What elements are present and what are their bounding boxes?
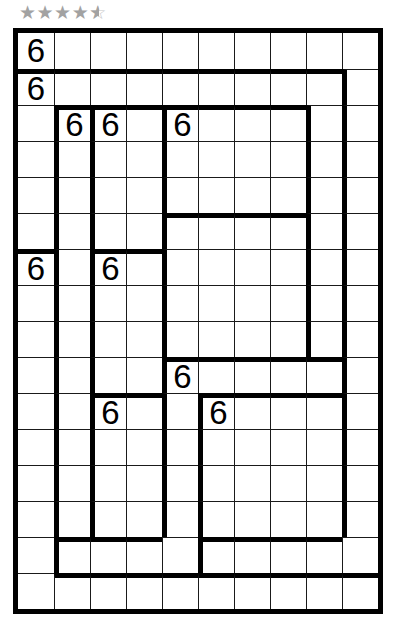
cell-r6c6-region-H[interactable] <box>198 213 234 249</box>
cell-r14c9-region-K[interactable] <box>306 501 342 537</box>
cell-r8c4-region-G[interactable] <box>126 285 162 321</box>
cell-r3c4-region-D[interactable] <box>126 105 162 141</box>
cell-r14c8-region-K[interactable] <box>270 501 306 537</box>
puzzle-board: 6666666666 <box>13 28 383 614</box>
clue-number: 6 <box>209 396 227 429</box>
cell-r6c5-region-H[interactable] <box>162 213 198 249</box>
cell-r15c8-region-A[interactable] <box>270 537 306 573</box>
cell-r3c5-region-E[interactable]: 6 <box>162 105 198 141</box>
cell-r2c5-region-B[interactable] <box>162 69 198 105</box>
cell-r1c8-region-A[interactable] <box>270 33 306 69</box>
cell-r7c8-region-H[interactable] <box>270 249 306 285</box>
cell-r7c10-region-A[interactable] <box>342 249 378 285</box>
cell-r15c7-region-A[interactable] <box>234 537 270 573</box>
cell-r15c1-region-F[interactable] <box>18 537 54 573</box>
cell-r13c4-region-J[interactable] <box>126 465 162 501</box>
cell-r11c10-region-A[interactable] <box>342 393 378 429</box>
cell-r11c3-region-J[interactable]: 6 <box>90 393 126 429</box>
cell-r1c5-region-A[interactable] <box>162 33 198 69</box>
cell-r12c4-region-J[interactable] <box>126 429 162 465</box>
cell-r11c5-region-I[interactable] <box>162 393 198 429</box>
cell-r4c10-region-A[interactable] <box>342 141 378 177</box>
cell-r9c9-region-B[interactable] <box>306 321 342 357</box>
clue-number: 6 <box>173 108 191 141</box>
cell-r9c5-region-H[interactable] <box>162 321 198 357</box>
cell-r4c7-region-E[interactable] <box>234 141 270 177</box>
cell-r13c9-region-K[interactable] <box>306 465 342 501</box>
cell-r1c9-region-A[interactable] <box>306 33 342 69</box>
cell-r16c3-region-F[interactable] <box>90 573 126 609</box>
cell-r5c4-region-D[interactable] <box>126 177 162 213</box>
cell-r15c6-region-A[interactable] <box>198 537 234 573</box>
cell-r6c8-region-H[interactable] <box>270 213 306 249</box>
cell-r4c3-region-D[interactable] <box>90 141 126 177</box>
cell-r5c6-region-E[interactable] <box>198 177 234 213</box>
clue-number: 6 <box>101 108 119 141</box>
cell-r11c6-region-K[interactable]: 6 <box>198 393 234 429</box>
cell-r8c10-region-A[interactable] <box>342 285 378 321</box>
cell-r5c1-region-B[interactable] <box>18 177 54 213</box>
cell-r7c5-region-H[interactable] <box>162 249 198 285</box>
cell-r15c5-region-I[interactable] <box>162 537 198 573</box>
puzzle-page: ★★★★☆★ 6666666666 <box>0 0 395 628</box>
cell-r16c5-region-F[interactable] <box>162 573 198 609</box>
cell-r3c10-region-A[interactable] <box>342 105 378 141</box>
cell-r16c4-region-F[interactable] <box>126 573 162 609</box>
cell-r8c2-region-C[interactable] <box>54 285 90 321</box>
cell-r9c10-region-A[interactable] <box>342 321 378 357</box>
cell-r12c10-region-A[interactable] <box>342 429 378 465</box>
clue-number: 6 <box>101 396 119 429</box>
cell-r13c8-region-K[interactable] <box>270 465 306 501</box>
cell-r2c10-region-A[interactable] <box>342 69 378 105</box>
cell-r8c6-region-H[interactable] <box>198 285 234 321</box>
cell-r8c8-region-H[interactable] <box>270 285 306 321</box>
cell-r14c10-region-A[interactable] <box>342 501 378 537</box>
cell-r8c7-region-H[interactable] <box>234 285 270 321</box>
cell-r14c6-region-K[interactable] <box>198 501 234 537</box>
cell-r5c8-region-E[interactable] <box>270 177 306 213</box>
cell-r10c6-region-I[interactable] <box>198 357 234 393</box>
cell-r5c5-region-E[interactable] <box>162 177 198 213</box>
cell-r12c6-region-K[interactable] <box>198 429 234 465</box>
cell-r15c4-region-I[interactable] <box>126 537 162 573</box>
cell-r16c6-region-F[interactable] <box>198 573 234 609</box>
cell-r10c5-region-I[interactable]: 6 <box>162 357 198 393</box>
cell-r16c7-region-F[interactable] <box>234 573 270 609</box>
cell-r14c2-region-C[interactable] <box>54 501 90 537</box>
cell-r16c1-region-F[interactable] <box>18 573 54 609</box>
cell-r10c8-region-I[interactable] <box>270 357 306 393</box>
cell-r9c1-region-F[interactable] <box>18 321 54 357</box>
cell-r11c2-region-C[interactable] <box>54 393 90 429</box>
cell-r10c3-region-G[interactable] <box>90 357 126 393</box>
cell-r16c9-region-F[interactable] <box>306 573 342 609</box>
cell-r15c3-region-I[interactable] <box>90 537 126 573</box>
cell-r4c1-region-B[interactable] <box>18 141 54 177</box>
cell-r8c9-region-B[interactable] <box>306 285 342 321</box>
cell-r6c7-region-H[interactable] <box>234 213 270 249</box>
cell-r1c4-region-A[interactable] <box>126 33 162 69</box>
cell-r1c10-region-A[interactable] <box>342 33 378 69</box>
cell-r7c2-region-C[interactable] <box>54 249 90 285</box>
cell-r6c10-region-A[interactable] <box>342 213 378 249</box>
cell-r14c7-region-K[interactable] <box>234 501 270 537</box>
cell-r6c3-region-D[interactable] <box>90 213 126 249</box>
clue-number: 6 <box>27 72 45 105</box>
cell-r16c10-region-F[interactable] <box>342 573 378 609</box>
cell-r11c4-region-J[interactable] <box>126 393 162 429</box>
cell-r9c6-region-H[interactable] <box>198 321 234 357</box>
cell-r1c1-region-A[interactable]: 6 <box>18 33 54 69</box>
cell-r11c8-region-K[interactable] <box>270 393 306 429</box>
cell-r13c2-region-C[interactable] <box>54 465 90 501</box>
cell-r5c9-region-B[interactable] <box>306 177 342 213</box>
cell-r16c8-region-F[interactable] <box>270 573 306 609</box>
cell-r6c2-region-C[interactable] <box>54 213 90 249</box>
cell-r13c6-region-K[interactable] <box>198 465 234 501</box>
cell-r11c1-region-F[interactable] <box>18 393 54 429</box>
cell-r8c1-region-F[interactable] <box>18 285 54 321</box>
cell-r7c1-region-F[interactable]: 6 <box>18 249 54 285</box>
star-filled-icon: ★ <box>19 0 37 25</box>
cell-r1c6-region-A[interactable] <box>198 33 234 69</box>
cell-r4c6-region-E[interactable] <box>198 141 234 177</box>
cell-r3c3-region-D[interactable]: 6 <box>90 105 126 141</box>
cell-r10c2-region-C[interactable] <box>54 357 90 393</box>
star-half-fill: ★ <box>89 0 99 25</box>
cell-r12c2-region-C[interactable] <box>54 429 90 465</box>
cell-r13c10-region-A[interactable] <box>342 465 378 501</box>
cell-r14c1-region-F[interactable] <box>18 501 54 537</box>
cell-r2c8-region-B[interactable] <box>270 69 306 105</box>
cell-r2c6-region-B[interactable] <box>198 69 234 105</box>
cell-r14c3-region-J[interactable] <box>90 501 126 537</box>
cell-r14c4-region-J[interactable] <box>126 501 162 537</box>
cell-r10c1-region-F[interactable] <box>18 357 54 393</box>
cell-r11c9-region-K[interactable] <box>306 393 342 429</box>
cell-r5c2-region-C[interactable] <box>54 177 90 213</box>
cell-r10c9-region-I[interactable] <box>306 357 342 393</box>
cell-r12c9-region-K[interactable] <box>306 429 342 465</box>
cell-r2c2-region-B[interactable] <box>54 69 90 105</box>
star-filled-icon: ★ <box>37 0 55 25</box>
difficulty-rating: ★★★★☆★ <box>19 0 107 25</box>
cell-r3c6-region-E[interactable] <box>198 105 234 141</box>
cell-r2c3-region-B[interactable] <box>90 69 126 105</box>
cell-r9c7-region-H[interactable] <box>234 321 270 357</box>
cell-r12c1-region-F[interactable] <box>18 429 54 465</box>
cell-r9c4-region-G[interactable] <box>126 321 162 357</box>
cell-r2c9-region-B[interactable] <box>306 69 342 105</box>
cell-r9c2-region-C[interactable] <box>54 321 90 357</box>
cell-r5c3-region-D[interactable] <box>90 177 126 213</box>
cell-r13c1-region-F[interactable] <box>18 465 54 501</box>
cell-r12c5-region-I[interactable] <box>162 429 198 465</box>
cell-r4c5-region-E[interactable] <box>162 141 198 177</box>
cell-r8c3-region-G[interactable] <box>90 285 126 321</box>
cell-r3c2-region-C[interactable]: 6 <box>54 105 90 141</box>
cell-r1c3-region-A[interactable] <box>90 33 126 69</box>
clue-number: 6 <box>65 108 83 141</box>
cell-r2c7-region-B[interactable] <box>234 69 270 105</box>
cell-r15c2-region-I[interactable] <box>54 537 90 573</box>
cell-r10c7-region-I[interactable] <box>234 357 270 393</box>
cell-r3c1-region-B[interactable] <box>18 105 54 141</box>
cell-r7c3-region-G[interactable]: 6 <box>90 249 126 285</box>
cell-r5c10-region-A[interactable] <box>342 177 378 213</box>
cell-r4c8-region-E[interactable] <box>270 141 306 177</box>
cell-r12c8-region-K[interactable] <box>270 429 306 465</box>
cell-r5c7-region-E[interactable] <box>234 177 270 213</box>
cell-r1c2-region-A[interactable] <box>54 33 90 69</box>
cell-r3c7-region-E[interactable] <box>234 105 270 141</box>
cell-r7c6-region-H[interactable] <box>198 249 234 285</box>
cell-r2c4-region-B[interactable] <box>126 69 162 105</box>
cell-r13c7-region-K[interactable] <box>234 465 270 501</box>
cell-r7c7-region-H[interactable] <box>234 249 270 285</box>
clue-number: 6 <box>101 252 119 285</box>
star-filled-icon: ★ <box>72 0 90 25</box>
cell-r6c1-region-B[interactable] <box>18 213 54 249</box>
cell-r15c9-region-A[interactable] <box>306 537 342 573</box>
cell-r3c8-region-E[interactable] <box>270 105 306 141</box>
cell-r7c4-region-G[interactable] <box>126 249 162 285</box>
cell-r12c7-region-K[interactable] <box>234 429 270 465</box>
clue-number: 6 <box>27 34 45 67</box>
clue-number: 6 <box>173 360 191 393</box>
cell-r16c2-region-F[interactable] <box>54 573 90 609</box>
cell-r3c9-region-B[interactable] <box>306 105 342 141</box>
cell-r13c5-region-I[interactable] <box>162 465 198 501</box>
cell-r9c3-region-G[interactable] <box>90 321 126 357</box>
cell-r6c4-region-D[interactable] <box>126 213 162 249</box>
star-filled-icon: ★ <box>54 0 72 25</box>
clue-number: 6 <box>27 252 45 285</box>
cell-r4c4-region-D[interactable] <box>126 141 162 177</box>
cell-r4c9-region-B[interactable] <box>306 141 342 177</box>
cell-r10c10-region-A[interactable] <box>342 357 378 393</box>
cell-r12c3-region-J[interactable] <box>90 429 126 465</box>
cell-r14c5-region-I[interactable] <box>162 501 198 537</box>
cell-r13c3-region-J[interactable] <box>90 465 126 501</box>
cell-r1c7-region-A[interactable] <box>234 33 270 69</box>
cell-r9c8-region-H[interactable] <box>270 321 306 357</box>
cell-r7c9-region-B[interactable] <box>306 249 342 285</box>
cell-r11c7-region-K[interactable] <box>234 393 270 429</box>
cell-r6c9-region-B[interactable] <box>306 213 342 249</box>
cell-r8c5-region-H[interactable] <box>162 285 198 321</box>
cell-r10c4-region-G[interactable] <box>126 357 162 393</box>
star-half-icon: ☆★ <box>89 0 107 25</box>
cell-r4c2-region-C[interactable] <box>54 141 90 177</box>
cell-r15c10-region-A[interactable] <box>342 537 378 573</box>
cell-r2c1-region-B[interactable]: 6 <box>18 69 54 105</box>
